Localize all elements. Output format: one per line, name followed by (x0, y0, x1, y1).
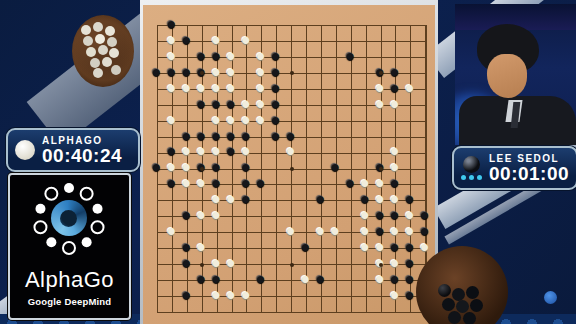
empty-point[interactable] (313, 175, 328, 191)
white-stone: ● (357, 207, 372, 223)
white-stone: ● (238, 96, 253, 112)
black-stone: ● (268, 128, 283, 144)
black-stone: ● (149, 64, 164, 80)
black-stone: ● (164, 144, 179, 160)
white-stone: ● (194, 239, 209, 255)
white-stone: ● (223, 255, 238, 271)
go-board[interactable]: ●●●●●●●●●●●●●●●●●●●●●●●●●●●●●●●●●●●●●●●●… (143, 5, 435, 324)
black-stone: ● (402, 255, 417, 271)
empty-point[interactable] (194, 112, 209, 128)
empty-point[interactable] (238, 223, 253, 239)
empty-point[interactable] (372, 16, 387, 32)
empty-point[interactable] (402, 159, 417, 175)
empty-point[interactable] (268, 207, 283, 223)
empty-point[interactable] (357, 271, 372, 287)
empty-point[interactable] (149, 207, 164, 223)
empty-point[interactable] (223, 303, 238, 319)
empty-point[interactable] (313, 96, 328, 112)
white-stone: ● (164, 32, 179, 48)
empty-point[interactable] (402, 112, 417, 128)
empty-point[interactable] (149, 128, 164, 144)
white-stone: ● (387, 191, 402, 207)
empty-point[interactable] (209, 239, 224, 255)
empty-point[interactable] (417, 112, 432, 128)
black-stone: ● (209, 96, 224, 112)
white-stone: ● (194, 175, 209, 191)
empty-point[interactable] (268, 16, 283, 32)
black-stone: ● (298, 239, 313, 255)
empty-point[interactable] (298, 223, 313, 239)
empty-point[interactable] (194, 32, 209, 48)
empty-point[interactable] (387, 32, 402, 48)
empty-point[interactable] (343, 144, 358, 160)
empty-point[interactable] (238, 271, 253, 287)
empty-point[interactable] (179, 112, 194, 128)
empty-point[interactable] (209, 303, 224, 319)
black-stone: ● (387, 64, 402, 80)
empty-point[interactable] (164, 96, 179, 112)
empty-point[interactable] (417, 96, 432, 112)
white-stone: ● (209, 191, 224, 207)
empty-point[interactable] (343, 64, 358, 80)
empty-point[interactable] (298, 64, 313, 80)
empty-point[interactable] (402, 144, 417, 160)
empty-point[interactable] (179, 16, 194, 32)
empty-point[interactable] (328, 239, 343, 255)
empty-point[interactable] (343, 96, 358, 112)
black-stone: ● (313, 271, 328, 287)
empty-point[interactable] (298, 175, 313, 191)
empty-point[interactable] (313, 112, 328, 128)
empty-point[interactable] (298, 191, 313, 207)
empty-point[interactable] (283, 96, 298, 112)
empty-point[interactable] (149, 191, 164, 207)
empty-point[interactable] (164, 287, 179, 303)
empty-point[interactable] (328, 207, 343, 223)
empty-point[interactable] (283, 16, 298, 32)
empty-point[interactable] (283, 32, 298, 48)
empty-point[interactable] (372, 144, 387, 160)
empty-point[interactable] (268, 239, 283, 255)
white-stone: ● (209, 207, 224, 223)
empty-point[interactable] (328, 303, 343, 319)
empty-point[interactable] (417, 48, 432, 64)
alphago-swirl-icon (51, 200, 87, 236)
empty-point[interactable] (238, 239, 253, 255)
empty-point[interactable] (164, 255, 179, 271)
empty-point[interactable] (417, 175, 432, 191)
empty-point[interactable] (194, 223, 209, 239)
empty-point[interactable] (164, 303, 179, 319)
black-stone: ● (387, 80, 402, 96)
black-stone: ● (417, 207, 432, 223)
white-stone: ● (194, 80, 209, 96)
empty-point[interactable] (417, 191, 432, 207)
white-stone: ● (387, 96, 402, 112)
empty-point[interactable] (343, 80, 358, 96)
empty-point[interactable] (328, 32, 343, 48)
empty-point[interactable] (298, 303, 313, 319)
empty-point[interactable] (402, 64, 417, 80)
empty-point[interactable] (268, 191, 283, 207)
empty-point[interactable] (268, 303, 283, 319)
empty-point[interactable] (372, 128, 387, 144)
empty-point[interactable] (343, 16, 358, 32)
empty-point[interactable] (372, 32, 387, 48)
empty-point[interactable] (313, 64, 328, 80)
empty-point[interactable] (357, 64, 372, 80)
empty-point[interactable] (313, 239, 328, 255)
black-stone: ● (268, 80, 283, 96)
empty-point[interactable] (179, 223, 194, 239)
black-stone: ● (209, 48, 224, 64)
empty-point[interactable] (179, 191, 194, 207)
empty-point[interactable] (268, 223, 283, 239)
empty-point[interactable] (194, 303, 209, 319)
black-stones-pile (438, 284, 451, 297)
empty-point[interactable] (328, 144, 343, 160)
empty-point[interactable] (417, 159, 432, 175)
empty-point[interactable] (164, 271, 179, 287)
empty-point[interactable] (402, 175, 417, 191)
black-stone: ● (238, 128, 253, 144)
empty-point[interactable] (298, 287, 313, 303)
empty-point[interactable] (357, 128, 372, 144)
empty-point[interactable] (223, 32, 238, 48)
leesedol-time: 00:01:00 (489, 164, 569, 183)
empty-point[interactable] (343, 32, 358, 48)
empty-point[interactable] (179, 96, 194, 112)
empty-point[interactable] (164, 128, 179, 144)
empty-point[interactable] (298, 32, 313, 48)
empty-point[interactable] (283, 287, 298, 303)
white-stone: ● (194, 207, 209, 223)
empty-point[interactable] (313, 303, 328, 319)
empty-point[interactable] (253, 32, 268, 48)
empty-point[interactable] (343, 112, 358, 128)
empty-point[interactable] (164, 239, 179, 255)
empty-point[interactable] (343, 159, 358, 175)
empty-point[interactable] (283, 80, 298, 96)
empty-point[interactable] (298, 80, 313, 96)
empty-point[interactable] (343, 239, 358, 255)
empty-point[interactable] (179, 303, 194, 319)
empty-point[interactable] (164, 191, 179, 207)
empty-point[interactable] (402, 303, 417, 319)
empty-point[interactable] (417, 144, 432, 160)
empty-point[interactable] (328, 255, 343, 271)
white-stone: ● (402, 80, 417, 96)
empty-point[interactable] (268, 159, 283, 175)
black-stone: ● (268, 112, 283, 128)
black-stone: ● (328, 159, 343, 175)
empty-point[interactable] (313, 48, 328, 64)
black-stone: ● (209, 271, 224, 287)
empty-point[interactable] (298, 48, 313, 64)
leesedol-video-feed (455, 4, 576, 145)
empty-point[interactable] (283, 191, 298, 207)
empty-point[interactable] (253, 223, 268, 239)
empty-point[interactable] (357, 159, 372, 175)
black-stone: ● (387, 175, 402, 191)
white-stone: ● (253, 96, 268, 112)
empty-point[interactable] (402, 32, 417, 48)
empty-point[interactable] (387, 48, 402, 64)
empty-point[interactable] (298, 96, 313, 112)
empty-point[interactable] (387, 303, 402, 319)
empty-point[interactable] (223, 207, 238, 223)
empty-point[interactable] (402, 16, 417, 32)
black-stone: ● (223, 144, 238, 160)
empty-point[interactable] (283, 207, 298, 223)
empty-point[interactable] (328, 16, 343, 32)
empty-point[interactable] (179, 48, 194, 64)
empty-point[interactable] (283, 48, 298, 64)
white-stone: ● (328, 223, 343, 239)
black-stone: ● (179, 239, 194, 255)
empty-point[interactable] (253, 207, 268, 223)
empty-point[interactable] (149, 223, 164, 239)
empty-point[interactable] (253, 16, 268, 32)
empty-point[interactable] (223, 271, 238, 287)
empty-point[interactable] (194, 191, 209, 207)
empty-point[interactable] (357, 287, 372, 303)
empty-point[interactable] (283, 112, 298, 128)
white-stone: ● (194, 144, 209, 160)
black-stone: ● (179, 64, 194, 80)
white-stone: ● (209, 144, 224, 160)
white-stone: ● (253, 112, 268, 128)
black-stone: ● (372, 207, 387, 223)
empty-point[interactable] (328, 175, 343, 191)
empty-point[interactable] (298, 128, 313, 144)
empty-point[interactable] (343, 223, 358, 239)
empty-point[interactable] (179, 271, 194, 287)
empty-point[interactable] (402, 128, 417, 144)
black-stone: ● (238, 191, 253, 207)
empty-point[interactable] (313, 159, 328, 175)
empty-point[interactable] (313, 80, 328, 96)
empty-point[interactable] (357, 80, 372, 96)
white-stone: ● (253, 48, 268, 64)
empty-point[interactable] (238, 48, 253, 64)
empty-point[interactable] (194, 287, 209, 303)
empty-point[interactable] (268, 32, 283, 48)
empty-point[interactable] (357, 112, 372, 128)
empty-point[interactable] (149, 255, 164, 271)
empty-point[interactable] (372, 112, 387, 128)
empty-point[interactable] (343, 191, 358, 207)
empty-point[interactable] (313, 128, 328, 144)
black-stone: ● (253, 271, 268, 287)
empty-point[interactable] (417, 64, 432, 80)
white-stone: ● (164, 223, 179, 239)
white-stone: ● (209, 112, 224, 128)
white-stone: ● (357, 223, 372, 239)
white-stone: ● (179, 80, 194, 96)
empty-point[interactable] (313, 32, 328, 48)
empty-point[interactable] (357, 255, 372, 271)
empty-point[interactable] (357, 303, 372, 319)
empty-point[interactable] (149, 175, 164, 191)
empty-point[interactable] (223, 159, 238, 175)
empty-point[interactable] (387, 112, 402, 128)
black-stone: ● (238, 175, 253, 191)
empty-point[interactable] (343, 207, 358, 223)
empty-point[interactable] (238, 16, 253, 32)
empty-point[interactable] (417, 16, 432, 32)
empty-point[interactable] (402, 48, 417, 64)
black-stone: ● (194, 271, 209, 287)
empty-point[interactable] (253, 255, 268, 271)
white-stone: ● (223, 80, 238, 96)
black-stone: ● (387, 271, 402, 287)
empty-point[interactable] (387, 16, 402, 32)
black-stone: ● (194, 128, 209, 144)
empty-point[interactable] (209, 223, 224, 239)
empty-point[interactable] (268, 271, 283, 287)
empty-point[interactable] (253, 144, 268, 160)
white-stone: ● (253, 80, 268, 96)
empty-point[interactable] (343, 287, 358, 303)
empty-point[interactable] (357, 144, 372, 160)
empty-point[interactable] (209, 16, 224, 32)
black-stone: ● (149, 159, 164, 175)
black-stone: ● (238, 159, 253, 175)
empty-point[interactable] (149, 287, 164, 303)
white-stones-pile (81, 25, 91, 35)
empty-point[interactable] (298, 144, 313, 160)
white-stone: ● (179, 175, 194, 191)
alphago-time: 00:40:24 (42, 146, 122, 165)
empty-point[interactable] (238, 207, 253, 223)
empty-point[interactable] (253, 159, 268, 175)
empty-point[interactable] (313, 255, 328, 271)
empty-point[interactable] (298, 16, 313, 32)
white-stone: ● (179, 159, 194, 175)
empty-point[interactable] (372, 303, 387, 319)
empty-point[interactable] (372, 287, 387, 303)
empty-point[interactable] (417, 128, 432, 144)
empty-point[interactable] (357, 16, 372, 32)
empty-point[interactable] (328, 112, 343, 128)
empty-point[interactable] (268, 255, 283, 271)
empty-point[interactable] (328, 96, 343, 112)
empty-point[interactable] (417, 32, 432, 48)
empty-point[interactable] (417, 80, 432, 96)
empty-point[interactable] (328, 48, 343, 64)
empty-point[interactable] (223, 223, 238, 239)
empty-point[interactable] (253, 287, 268, 303)
empty-point[interactable] (313, 16, 328, 32)
empty-point[interactable] (194, 16, 209, 32)
white-stone: ● (223, 48, 238, 64)
empty-point[interactable] (283, 271, 298, 287)
empty-point[interactable] (149, 80, 164, 96)
empty-point[interactable] (223, 175, 238, 191)
empty-point[interactable] (343, 303, 358, 319)
empty-point[interactable] (149, 32, 164, 48)
black-stone-bowl (416, 246, 508, 324)
empty-point[interactable] (268, 175, 283, 191)
empty-point[interactable] (328, 64, 343, 80)
empty-point[interactable] (372, 48, 387, 64)
empty-point[interactable] (149, 112, 164, 128)
hoshi-point (290, 71, 294, 75)
empty-point[interactable] (313, 207, 328, 223)
empty-point[interactable] (283, 303, 298, 319)
black-stone: ● (268, 96, 283, 112)
broadcaster-dot-icon (544, 291, 557, 304)
empty-point[interactable] (357, 32, 372, 48)
white-stone: ● (372, 191, 387, 207)
empty-point[interactable] (402, 96, 417, 112)
empty-point[interactable] (343, 271, 358, 287)
empty-point[interactable] (298, 112, 313, 128)
empty-point[interactable] (298, 207, 313, 223)
empty-point[interactable] (238, 64, 253, 80)
empty-point[interactable] (283, 175, 298, 191)
white-stone: ● (164, 48, 179, 64)
empty-point[interactable] (387, 128, 402, 144)
empty-point[interactable] (268, 287, 283, 303)
empty-point[interactable] (313, 287, 328, 303)
empty-point[interactable] (313, 144, 328, 160)
empty-point[interactable] (238, 303, 253, 319)
empty-point[interactable] (268, 144, 283, 160)
black-stone: ● (179, 287, 194, 303)
empty-point[interactable] (149, 16, 164, 32)
empty-point[interactable] (253, 191, 268, 207)
empty-point[interactable] (343, 128, 358, 144)
empty-point[interactable] (357, 48, 372, 64)
empty-point[interactable] (149, 144, 164, 160)
empty-point[interactable] (149, 303, 164, 319)
empty-point[interactable] (223, 16, 238, 32)
empty-point[interactable] (328, 191, 343, 207)
empty-point[interactable] (149, 239, 164, 255)
empty-point[interactable] (253, 303, 268, 319)
empty-point[interactable] (238, 80, 253, 96)
black-stone: ● (357, 191, 372, 207)
black-stone: ● (387, 239, 402, 255)
empty-point[interactable] (253, 239, 268, 255)
empty-point[interactable] (328, 128, 343, 144)
white-stone: ● (209, 287, 224, 303)
empty-point[interactable] (149, 48, 164, 64)
empty-point[interactable] (343, 255, 358, 271)
white-stone: ● (387, 255, 402, 271)
empty-point[interactable] (223, 239, 238, 255)
white-stone: ● (164, 159, 179, 175)
white-stone: ● (253, 64, 268, 80)
white-stone: ● (238, 112, 253, 128)
empty-point[interactable] (298, 255, 313, 271)
empty-point[interactable] (357, 96, 372, 112)
black-stone: ● (343, 175, 358, 191)
empty-point[interactable] (328, 271, 343, 287)
empty-point[interactable] (149, 271, 164, 287)
empty-point[interactable] (238, 255, 253, 271)
empty-point[interactable] (164, 207, 179, 223)
white-stone: ● (164, 112, 179, 128)
empty-point[interactable] (283, 239, 298, 255)
empty-point[interactable] (149, 96, 164, 112)
empty-point[interactable] (253, 128, 268, 144)
empty-point[interactable] (298, 159, 313, 175)
empty-point[interactable] (328, 287, 343, 303)
empty-point[interactable] (328, 80, 343, 96)
